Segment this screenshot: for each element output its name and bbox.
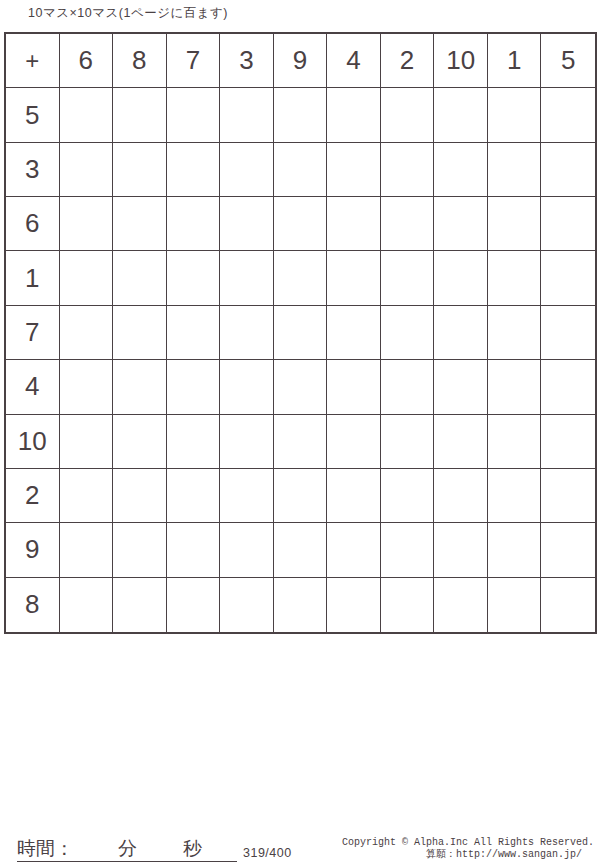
answer-cell[interactable]	[220, 306, 274, 360]
answer-cell[interactable]	[274, 415, 328, 469]
answer-cell[interactable]	[488, 415, 542, 469]
answer-cell[interactable]	[327, 88, 381, 142]
col-header-cell: 3	[220, 34, 274, 88]
answer-cell[interactable]	[434, 143, 488, 197]
seconds-label: 秒	[183, 836, 202, 861]
answer-cell[interactable]	[220, 197, 274, 251]
answer-cell[interactable]	[434, 251, 488, 305]
answer-cell[interactable]	[488, 306, 542, 360]
answer-cell[interactable]	[434, 306, 488, 360]
answer-cell[interactable]	[434, 469, 488, 523]
col-header-cell: 9	[274, 34, 328, 88]
col-header-cell: 6	[60, 34, 114, 88]
answer-cell[interactable]	[220, 523, 274, 577]
answer-cell[interactable]	[488, 143, 542, 197]
row-header-cell: 2	[6, 469, 60, 523]
answer-cell[interactable]	[220, 578, 274, 632]
answer-cell[interactable]	[274, 143, 328, 197]
answer-cell[interactable]	[113, 578, 167, 632]
answer-cell[interactable]	[274, 197, 328, 251]
answer-cell[interactable]	[220, 251, 274, 305]
answer-cell[interactable]	[167, 306, 221, 360]
answer-cell[interactable]	[541, 251, 595, 305]
answer-cell[interactable]	[113, 360, 167, 414]
answer-cell[interactable]	[167, 415, 221, 469]
answer-cell[interactable]	[434, 360, 488, 414]
answer-cell[interactable]	[113, 88, 167, 142]
answer-cell[interactable]	[327, 360, 381, 414]
col-header-cell: 5	[541, 34, 595, 88]
row-header-cell: 3	[6, 143, 60, 197]
answer-cell[interactable]	[541, 578, 595, 632]
answer-cell[interactable]	[381, 251, 435, 305]
answer-cell[interactable]	[274, 360, 328, 414]
answer-cell[interactable]	[274, 88, 328, 142]
col-header-cell: 4	[327, 34, 381, 88]
row-header-cell: 6	[6, 197, 60, 251]
answer-cell[interactable]	[541, 523, 595, 577]
answer-cell[interactable]	[60, 578, 114, 632]
time-label: 時間：	[17, 836, 74, 861]
answer-cell[interactable]	[167, 578, 221, 632]
answer-cell[interactable]	[434, 578, 488, 632]
answer-cell[interactable]	[113, 306, 167, 360]
answer-cell[interactable]	[220, 143, 274, 197]
answer-cell[interactable]	[113, 251, 167, 305]
answer-cell[interactable]	[113, 143, 167, 197]
answer-cell[interactable]	[488, 469, 542, 523]
sheet-title: 10マス×10マス(1ページに百ます)	[28, 5, 228, 22]
answer-cell[interactable]	[113, 469, 167, 523]
row-header-cell: 8	[6, 578, 60, 632]
operator-cell: +	[6, 34, 60, 88]
col-header-cell: 2	[381, 34, 435, 88]
answer-cell[interactable]	[488, 251, 542, 305]
answer-cell[interactable]	[541, 360, 595, 414]
answer-cell[interactable]	[434, 197, 488, 251]
row-header-cell: 5	[6, 88, 60, 142]
answer-cell[interactable]	[327, 251, 381, 305]
answer-cell[interactable]	[274, 469, 328, 523]
answer-cell[interactable]	[541, 306, 595, 360]
source-url-line: 算願：http://www.sangan.jp/	[342, 849, 582, 861]
answer-cell[interactable]	[60, 415, 114, 469]
answer-cell[interactable]	[274, 523, 328, 577]
answer-cell[interactable]	[274, 251, 328, 305]
answer-cell[interactable]	[167, 360, 221, 414]
answer-cell[interactable]	[167, 88, 221, 142]
copyright-block: Copyright © Alpha.Inc All Rights Reserve…	[342, 837, 594, 861]
answer-cell[interactable]	[167, 469, 221, 523]
hundred-grid: +6873942101553617410298	[4, 32, 597, 634]
answer-cell[interactable]	[60, 523, 114, 577]
time-entry-line: 時間： 分 秒	[17, 836, 237, 862]
answer-cell[interactable]	[60, 143, 114, 197]
answer-cell[interactable]	[220, 360, 274, 414]
answer-cell[interactable]	[113, 415, 167, 469]
answer-cell[interactable]	[381, 143, 435, 197]
answer-cell[interactable]	[381, 415, 435, 469]
answer-cell[interactable]	[60, 197, 114, 251]
col-header-cell: 7	[167, 34, 221, 88]
answer-cell[interactable]	[60, 469, 114, 523]
answer-cell[interactable]	[220, 469, 274, 523]
answer-cell[interactable]	[167, 523, 221, 577]
answer-cell[interactable]	[541, 88, 595, 142]
answer-cell[interactable]	[434, 415, 488, 469]
answer-cell[interactable]	[541, 415, 595, 469]
row-header-cell: 4	[6, 360, 60, 414]
answer-cell[interactable]	[381, 523, 435, 577]
copyright-line: Copyright © Alpha.Inc All Rights Reserve…	[342, 837, 594, 849]
answer-cell[interactable]	[327, 415, 381, 469]
answer-cell[interactable]	[488, 197, 542, 251]
row-header-cell: 1	[6, 251, 60, 305]
answer-cell[interactable]	[60, 88, 114, 142]
answer-cell[interactable]	[327, 469, 381, 523]
answer-cell[interactable]	[60, 306, 114, 360]
col-header-cell: 8	[113, 34, 167, 88]
answer-cell[interactable]	[541, 197, 595, 251]
answer-cell[interactable]	[113, 197, 167, 251]
answer-cell[interactable]	[274, 306, 328, 360]
col-header-cell: 10	[434, 34, 488, 88]
answer-cell[interactable]	[113, 523, 167, 577]
page-number: 319/400	[243, 846, 292, 860]
answer-cell[interactable]	[167, 251, 221, 305]
answer-cell[interactable]	[488, 88, 542, 142]
answer-cell[interactable]	[274, 578, 328, 632]
answer-cell[interactable]	[167, 143, 221, 197]
answer-cell[interactable]	[488, 578, 542, 632]
answer-cell[interactable]	[541, 143, 595, 197]
answer-cell[interactable]	[381, 197, 435, 251]
answer-cell[interactable]	[381, 88, 435, 142]
row-header-cell: 10	[6, 415, 60, 469]
answer-cell[interactable]	[488, 523, 542, 577]
row-header-cell: 7	[6, 306, 60, 360]
answer-cell[interactable]	[60, 360, 114, 414]
answer-cell[interactable]	[327, 306, 381, 360]
answer-cell[interactable]	[167, 197, 221, 251]
col-header-cell: 1	[488, 34, 542, 88]
minutes-label: 分	[118, 836, 137, 861]
answer-cell[interactable]	[381, 578, 435, 632]
answer-cell[interactable]	[381, 306, 435, 360]
answer-cell[interactable]	[327, 578, 381, 632]
worksheet-page: 10マス×10マス(1ページに百ます) +6873942101553617410…	[0, 0, 600, 865]
answer-cell[interactable]	[434, 88, 488, 142]
answer-cell[interactable]	[434, 523, 488, 577]
answer-cell[interactable]	[327, 197, 381, 251]
answer-cell[interactable]	[327, 523, 381, 577]
answer-cell[interactable]	[327, 143, 381, 197]
row-header-cell: 9	[6, 523, 60, 577]
answer-cell[interactable]	[220, 88, 274, 142]
answer-cell[interactable]	[60, 251, 114, 305]
answer-cell[interactable]	[488, 360, 542, 414]
answer-cell[interactable]	[381, 360, 435, 414]
answer-cell[interactable]	[220, 415, 274, 469]
answer-cell[interactable]	[541, 469, 595, 523]
answer-cell[interactable]	[381, 469, 435, 523]
